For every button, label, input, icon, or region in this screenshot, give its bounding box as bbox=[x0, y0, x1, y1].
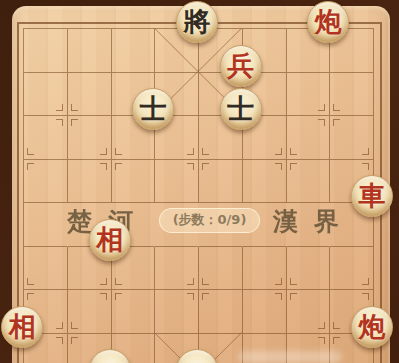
piece-red-chariot[interactable]: 車 bbox=[351, 175, 393, 217]
board-cell[interactable] bbox=[287, 116, 331, 160]
board-cell[interactable] bbox=[112, 290, 156, 334]
board-cell[interactable] bbox=[155, 160, 199, 204]
piece-red-elephant[interactable]: 相 bbox=[89, 219, 131, 261]
xiangqi-app-screen: { "game": "xiangqi", "board": { "river_l… bbox=[0, 0, 399, 363]
board-cell[interactable] bbox=[199, 160, 243, 204]
board-cell[interactable] bbox=[112, 29, 156, 73]
piece-red-elephant[interactable]: 相 bbox=[1, 306, 43, 348]
board-cell[interactable] bbox=[199, 247, 243, 291]
piece-black-general[interactable]: 將 bbox=[176, 1, 218, 43]
board-cell[interactable] bbox=[287, 247, 331, 291]
board-cell[interactable] bbox=[330, 247, 374, 291]
board-cell[interactable] bbox=[243, 290, 287, 334]
piece-black-advisor[interactable]: 士 bbox=[220, 88, 262, 130]
board-cell[interactable] bbox=[287, 73, 331, 117]
board-cell[interactable] bbox=[243, 160, 287, 204]
board-cell[interactable] bbox=[24, 160, 68, 204]
piece-red-cannon[interactable]: 炮 bbox=[351, 306, 393, 348]
board-cell[interactable] bbox=[112, 160, 156, 204]
board-cell[interactable] bbox=[68, 116, 112, 160]
xiangqi-board-grid[interactable] bbox=[23, 28, 374, 363]
piece-black-advisor[interactable]: 士 bbox=[132, 88, 174, 130]
board-cell[interactable] bbox=[155, 290, 199, 334]
river-label-han-jie: 漢界 bbox=[264, 207, 364, 237]
board-cell[interactable] bbox=[68, 73, 112, 117]
piece-red-soldier[interactable]: 兵 bbox=[220, 45, 262, 87]
watermark-blur bbox=[238, 351, 342, 363]
board-cell[interactable] bbox=[68, 160, 112, 204]
step-counter-badge: (步数：0/9) bbox=[159, 208, 260, 233]
board-cell[interactable] bbox=[199, 290, 243, 334]
board-cell[interactable] bbox=[287, 160, 331, 204]
board-cell[interactable] bbox=[24, 247, 68, 291]
board-cell[interactable] bbox=[24, 116, 68, 160]
board-cell[interactable] bbox=[24, 29, 68, 73]
board-cell[interactable] bbox=[287, 290, 331, 334]
board-cell[interactable] bbox=[24, 73, 68, 117]
piece-red-cannon[interactable]: 炮 bbox=[307, 1, 349, 43]
board-cell[interactable] bbox=[68, 29, 112, 73]
board-cell[interactable] bbox=[243, 247, 287, 291]
board-cell[interactable] bbox=[330, 73, 374, 117]
board-cell[interactable] bbox=[155, 247, 199, 291]
board-cell[interactable] bbox=[330, 116, 374, 160]
board-cell[interactable] bbox=[68, 290, 112, 334]
